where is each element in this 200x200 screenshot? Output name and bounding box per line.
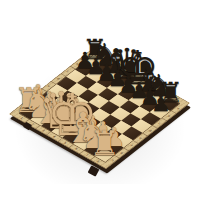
chess-set-photo: 12345678 12345678 abcdefgh abcdefgh ♜♞♝♛… (0, 0, 200, 200)
piece-white-rook[interactable]: ♜ (89, 126, 120, 160)
piece-black-pawn[interactable]: ♟ (151, 92, 171, 114)
